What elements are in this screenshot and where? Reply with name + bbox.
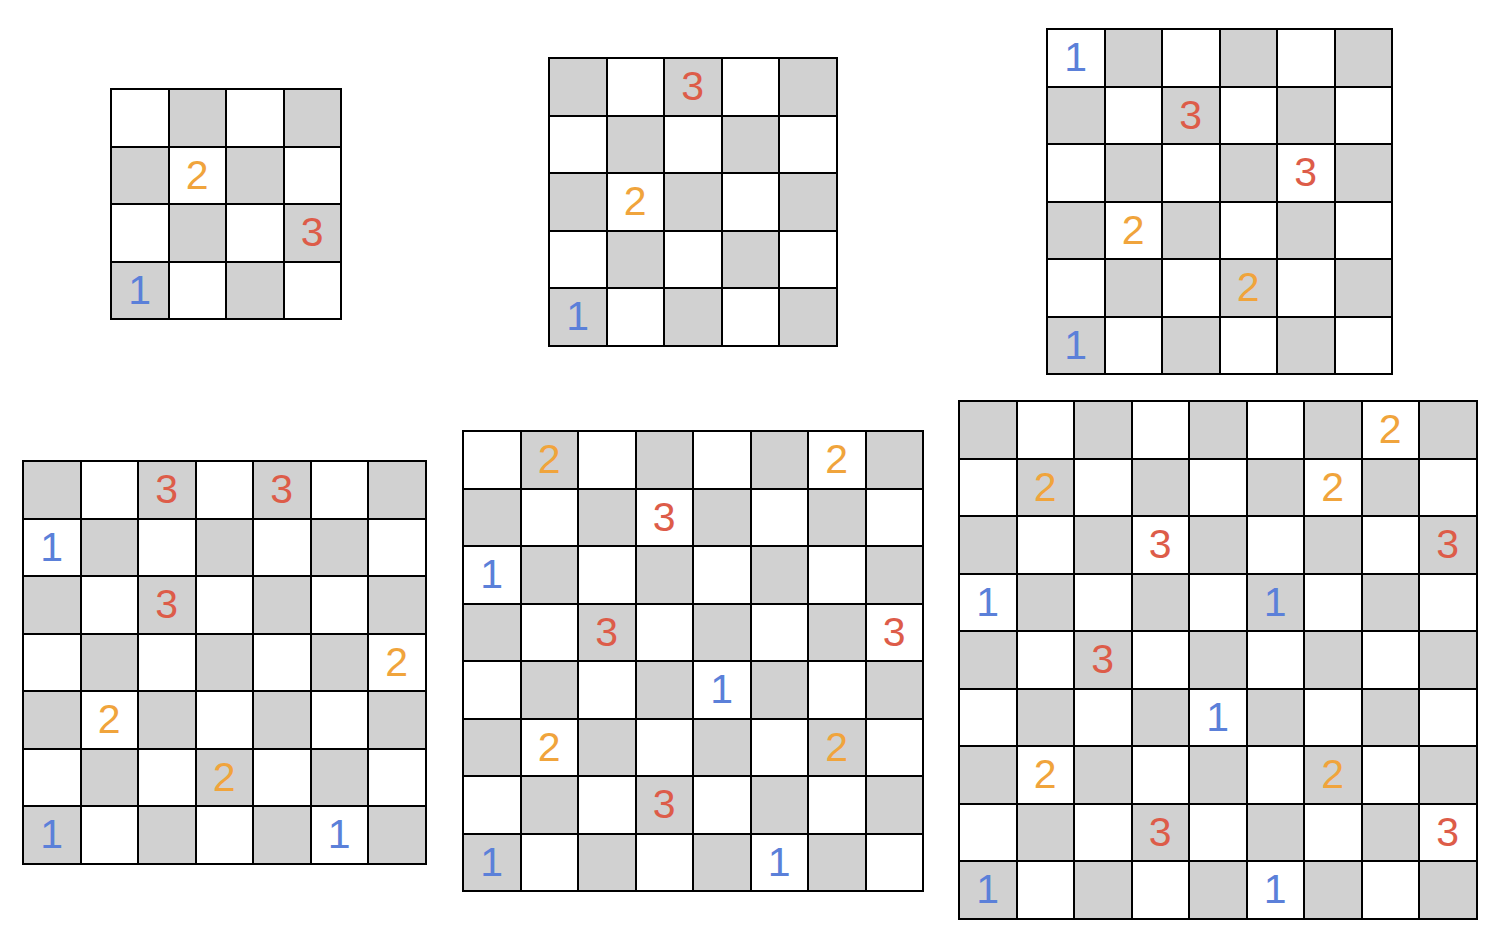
cell-r3c3[interactable]: [197, 635, 253, 691]
cell-r6c3[interactable]: 3: [637, 777, 693, 833]
cell-r3c7[interactable]: [1363, 575, 1419, 631]
cell-r0c1[interactable]: [82, 462, 138, 518]
cell-r0c3[interactable]: [1133, 402, 1189, 458]
clue-2: 2: [385, 642, 408, 683]
cell-r0c4[interactable]: 3: [254, 462, 310, 518]
cell-r6c4[interactable]: [254, 807, 310, 863]
cell-r3c0[interactable]: [550, 232, 606, 288]
cell-r6c7[interactable]: [867, 777, 923, 833]
cell-r5c3[interactable]: [1133, 690, 1189, 746]
cell-r2c3[interactable]: [1221, 145, 1277, 201]
cell-r8c6[interactable]: [1305, 862, 1361, 918]
board-5x5: 321: [548, 57, 838, 347]
cell-r2c3[interactable]: [637, 547, 693, 603]
cell-r7c6[interactable]: [1305, 805, 1361, 861]
clue-3: 3: [595, 612, 618, 653]
cell-r3c0[interactable]: [464, 605, 520, 661]
cell-r0c0[interactable]: [464, 432, 520, 488]
cell-r7c1[interactable]: [522, 835, 578, 891]
cell-r1c7[interactable]: [1363, 460, 1419, 516]
cell-r0c2[interactable]: [227, 90, 283, 146]
cell-r0c3[interactable]: [1221, 30, 1277, 86]
cell-r0c1[interactable]: 2: [522, 432, 578, 488]
cell-r0c5[interactable]: [1336, 30, 1392, 86]
cell-r1c5[interactable]: [1248, 460, 1304, 516]
cell-r0c0[interactable]: [24, 462, 80, 518]
cell-r2c5[interactable]: [312, 577, 368, 633]
cell-r2c4[interactable]: [1190, 517, 1246, 573]
cell-r5c2[interactable]: [1075, 690, 1131, 746]
cell-r4c0[interactable]: 1: [550, 289, 606, 345]
cell-r6c6[interactable]: [369, 807, 425, 863]
board-6x6: 133221: [1046, 28, 1393, 375]
cell-r0c2[interactable]: [1163, 30, 1219, 86]
cell-r4c1[interactable]: [608, 289, 664, 345]
cell-r0c6[interactable]: [369, 462, 425, 518]
cell-r2c2[interactable]: [1163, 145, 1219, 201]
cell-r2c2[interactable]: [665, 174, 721, 230]
cell-r2c4[interactable]: [780, 174, 836, 230]
cell-r0c5[interactable]: [1248, 402, 1304, 458]
clue-2: 2: [1321, 754, 1344, 795]
cell-r3c8[interactable]: [1420, 575, 1476, 631]
cell-r6c1[interactable]: [522, 777, 578, 833]
clue-3: 3: [1436, 812, 1459, 853]
cell-r0c0[interactable]: 1: [1048, 30, 1104, 86]
cell-r8c5[interactable]: 1: [1248, 862, 1304, 918]
clue-1: 1: [128, 270, 151, 311]
cell-r8c2[interactable]: [1075, 862, 1131, 918]
cell-r1c3[interactable]: [1133, 460, 1189, 516]
cell-r2c4[interactable]: 3: [1278, 145, 1334, 201]
cell-r1c2[interactable]: [139, 520, 195, 576]
cell-r4c8[interactable]: [1420, 632, 1476, 688]
cell-r7c5[interactable]: 1: [752, 835, 808, 891]
cell-r2c7[interactable]: [867, 547, 923, 603]
cell-r6c2[interactable]: [139, 807, 195, 863]
cell-r5c3[interactable]: [1221, 318, 1277, 374]
cell-r3c3[interactable]: [637, 605, 693, 661]
cell-r7c2[interactable]: [579, 835, 635, 891]
cell-r6c5[interactable]: 1: [312, 807, 368, 863]
cell-r0c3[interactable]: [285, 90, 341, 146]
cell-r1c0[interactable]: [960, 460, 1016, 516]
cell-r1c4[interactable]: [254, 520, 310, 576]
cell-r2c5[interactable]: [1248, 517, 1304, 573]
cell-r4c5[interactable]: [752, 662, 808, 718]
cell-r8c7[interactable]: [1363, 862, 1419, 918]
cell-r7c3[interactable]: 3: [1133, 805, 1189, 861]
cell-r5c0[interactable]: [464, 720, 520, 776]
cell-r1c7[interactable]: [867, 490, 923, 546]
cell-r1c3[interactable]: [285, 148, 341, 204]
cell-r4c1[interactable]: [1018, 632, 1074, 688]
cell-r6c2[interactable]: [579, 777, 635, 833]
clue-1: 1: [976, 869, 999, 910]
cell-r1c2[interactable]: [227, 148, 283, 204]
clue-2: 2: [825, 439, 848, 480]
cell-r1c4[interactable]: [780, 117, 836, 173]
cell-r7c7[interactable]: [1363, 805, 1419, 861]
cell-r2c1[interactable]: [522, 547, 578, 603]
cell-r0c3[interactable]: [197, 462, 253, 518]
clue-3: 3: [1149, 524, 1172, 565]
cell-r2c5[interactable]: [1336, 145, 1392, 201]
cell-r5c3[interactable]: [637, 720, 693, 776]
cell-r0c7[interactable]: [867, 432, 923, 488]
cell-r3c6[interactable]: 2: [369, 635, 425, 691]
cell-r1c1[interactable]: [608, 117, 664, 173]
cell-r7c4[interactable]: [1190, 805, 1246, 861]
cell-r5c0[interactable]: [24, 750, 80, 806]
cell-r1c8[interactable]: [1420, 460, 1476, 516]
board-7x7: 331322211: [22, 460, 427, 865]
cell-r4c4[interactable]: 1: [694, 662, 750, 718]
cell-r6c6[interactable]: 2: [1305, 747, 1361, 803]
cell-r0c1[interactable]: [608, 59, 664, 115]
cell-r7c8[interactable]: 3: [1420, 805, 1476, 861]
cell-r5c5[interactable]: [1336, 318, 1392, 374]
cell-r2c3[interactable]: 3: [1133, 517, 1189, 573]
cell-r3c4[interactable]: [1190, 575, 1246, 631]
clue-1: 1: [1206, 697, 1229, 738]
cell-r5c6[interactable]: 2: [809, 720, 865, 776]
cell-r6c0[interactable]: [464, 777, 520, 833]
cell-r1c0[interactable]: [112, 148, 168, 204]
cell-r4c0[interactable]: [24, 692, 80, 748]
clue-1: 1: [768, 842, 791, 883]
clue-1: 1: [1264, 869, 1287, 910]
cell-r2c6[interactable]: [369, 577, 425, 633]
cell-r2c3[interactable]: [197, 577, 253, 633]
cell-r4c5[interactable]: [1248, 632, 1304, 688]
cell-r8c8[interactable]: [1420, 862, 1476, 918]
cell-r2c6[interactable]: [809, 547, 865, 603]
cell-r2c0[interactable]: 1: [464, 547, 520, 603]
cell-r3c1[interactable]: 2: [1106, 203, 1162, 259]
clue-3: 3: [681, 66, 704, 107]
cell-r6c2[interactable]: [1075, 747, 1131, 803]
clue-3: 3: [155, 469, 178, 510]
cell-r5c8[interactable]: [1420, 690, 1476, 746]
cell-r1c5[interactable]: [1336, 88, 1392, 144]
cell-r2c8[interactable]: 3: [1420, 517, 1476, 573]
cell-r3c3[interactable]: [285, 263, 341, 319]
cell-r4c2[interactable]: 3: [1075, 632, 1131, 688]
cell-r0c3[interactable]: [637, 432, 693, 488]
cell-r5c4[interactable]: [1278, 318, 1334, 374]
cell-r5c1[interactable]: 2: [522, 720, 578, 776]
cell-r3c4[interactable]: [694, 605, 750, 661]
cell-r3c4[interactable]: [780, 232, 836, 288]
cell-r0c2[interactable]: [1075, 402, 1131, 458]
cell-r2c1[interactable]: [82, 577, 138, 633]
cell-r0c2[interactable]: 3: [139, 462, 195, 518]
cell-r0c0[interactable]: [550, 59, 606, 115]
cell-r1c6[interactable]: [369, 520, 425, 576]
cell-r8c3[interactable]: [1133, 862, 1189, 918]
cell-r7c0[interactable]: [960, 805, 1016, 861]
cell-r5c2[interactable]: [139, 750, 195, 806]
clue-3: 3: [1149, 812, 1172, 853]
clue-1: 1: [710, 669, 733, 710]
cell-r0c5[interactable]: [312, 462, 368, 518]
cell-r4c0[interactable]: [960, 632, 1016, 688]
cell-r2c2[interactable]: [227, 205, 283, 261]
cell-r4c2[interactable]: [665, 289, 721, 345]
cell-r4c1[interactable]: [522, 662, 578, 718]
cell-r3c0[interactable]: [24, 635, 80, 691]
cell-r2c4[interactable]: [694, 547, 750, 603]
cell-r3c2[interactable]: 3: [579, 605, 635, 661]
cell-r1c2[interactable]: [1075, 460, 1131, 516]
cell-r6c5[interactable]: [1248, 747, 1304, 803]
cell-r3c2[interactable]: [665, 232, 721, 288]
cell-r6c1[interactable]: 2: [1018, 747, 1074, 803]
cell-r3c2[interactable]: [1163, 203, 1219, 259]
clue-3: 3: [653, 784, 676, 825]
cell-r3c6[interactable]: [1305, 575, 1361, 631]
cell-r3c3[interactable]: [723, 232, 779, 288]
cell-r4c0[interactable]: [1048, 260, 1104, 316]
cell-r4c5[interactable]: [312, 692, 368, 748]
cell-r7c5[interactable]: [1248, 805, 1304, 861]
cell-r6c4[interactable]: [694, 777, 750, 833]
cell-r0c1[interactable]: [1106, 30, 1162, 86]
cell-r5c4[interactable]: [254, 750, 310, 806]
cell-r5c2[interactable]: [579, 720, 635, 776]
cell-r2c2[interactable]: [579, 547, 635, 603]
cell-r3c2[interactable]: [227, 263, 283, 319]
cell-r4c2[interactable]: [139, 692, 195, 748]
cell-r1c1[interactable]: 2: [170, 148, 226, 204]
cell-r0c3[interactable]: [723, 59, 779, 115]
cell-r4c3[interactable]: [637, 662, 693, 718]
cell-r2c7[interactable]: [1363, 517, 1419, 573]
cell-r3c5[interactable]: 1: [1248, 575, 1304, 631]
cell-r8c1[interactable]: [1018, 862, 1074, 918]
cell-r2c1[interactable]: [1018, 517, 1074, 573]
cell-r2c1[interactable]: [1106, 145, 1162, 201]
cell-r3c2[interactable]: [139, 635, 195, 691]
clue-1: 1: [1064, 325, 1087, 366]
cell-r4c3[interactable]: 2: [1221, 260, 1277, 316]
cell-r3c1[interactable]: [1018, 575, 1074, 631]
cell-r3c0[interactable]: 1: [960, 575, 1016, 631]
cell-r0c0[interactable]: [960, 402, 1016, 458]
clue-3: 3: [883, 612, 906, 653]
cell-r1c4[interactable]: [1190, 460, 1246, 516]
cell-r1c0[interactable]: [550, 117, 606, 173]
cell-r0c4[interactable]: [1190, 402, 1246, 458]
cell-r4c4[interactable]: [1278, 260, 1334, 316]
cell-r4c3[interactable]: [1133, 632, 1189, 688]
cell-r5c7[interactable]: [867, 720, 923, 776]
cell-r2c5[interactable]: [752, 547, 808, 603]
cell-r0c6[interactable]: 2: [809, 432, 865, 488]
cell-r3c3[interactable]: [1133, 575, 1189, 631]
cell-r6c5[interactable]: [752, 777, 808, 833]
cell-r0c5[interactable]: [752, 432, 808, 488]
cell-r7c7[interactable]: [867, 835, 923, 891]
cell-r1c6[interactable]: 2: [1305, 460, 1361, 516]
cell-r4c1[interactable]: 2: [82, 692, 138, 748]
cell-r7c4[interactable]: [694, 835, 750, 891]
cell-r4c6[interactable]: [369, 692, 425, 748]
cell-r2c2[interactable]: 3: [139, 577, 195, 633]
cell-r7c1[interactable]: [1018, 805, 1074, 861]
cell-r5c1[interactable]: [1106, 318, 1162, 374]
cell-r3c0[interactable]: 1: [112, 263, 168, 319]
cell-r1c2[interactable]: [579, 490, 635, 546]
cell-r5c5[interactable]: [312, 750, 368, 806]
cell-r2c4[interactable]: [254, 577, 310, 633]
cell-r2c0[interactable]: [1048, 145, 1104, 201]
cell-r6c0[interactable]: [960, 747, 1016, 803]
cell-r0c7[interactable]: 2: [1363, 402, 1419, 458]
cell-r7c0[interactable]: 1: [464, 835, 520, 891]
cell-r0c2[interactable]: [579, 432, 635, 488]
clue-2: 2: [98, 699, 121, 740]
cell-r4c3[interactable]: [723, 289, 779, 345]
cell-r0c6[interactable]: [1305, 402, 1361, 458]
cell-r6c8[interactable]: [1420, 747, 1476, 803]
cell-r4c7[interactable]: [867, 662, 923, 718]
cell-r5c5[interactable]: [752, 720, 808, 776]
cell-r0c1[interactable]: [170, 90, 226, 146]
cell-r2c0[interactable]: [112, 205, 168, 261]
clue-2: 2: [1034, 754, 1057, 795]
cell-r4c6[interactable]: [809, 662, 865, 718]
cell-r1c0[interactable]: [464, 490, 520, 546]
cell-r6c1[interactable]: [82, 807, 138, 863]
cell-r5c4[interactable]: [694, 720, 750, 776]
cell-r7c2[interactable]: [1075, 805, 1131, 861]
cell-r4c6[interactable]: [1305, 632, 1361, 688]
cell-r2c3[interactable]: 3: [285, 205, 341, 261]
cell-r7c6[interactable]: [809, 835, 865, 891]
cell-r3c0[interactable]: [1048, 203, 1104, 259]
cell-r2c1[interactable]: [170, 205, 226, 261]
cell-r1c3[interactable]: [723, 117, 779, 173]
clue-2: 2: [538, 439, 561, 480]
cell-r3c1[interactable]: [170, 263, 226, 319]
cell-r4c0[interactable]: [464, 662, 520, 718]
cell-r6c3[interactable]: [1133, 747, 1189, 803]
cell-r3c1[interactable]: [608, 232, 664, 288]
cell-r0c1[interactable]: [1018, 402, 1074, 458]
cell-r3c5[interactable]: [312, 635, 368, 691]
cell-r1c6[interactable]: [809, 490, 865, 546]
clue-1: 1: [976, 582, 999, 623]
cell-r1c3[interactable]: 3: [637, 490, 693, 546]
cell-r2c6[interactable]: [1305, 517, 1361, 573]
clue-3: 3: [1294, 152, 1317, 193]
cell-r1c0[interactable]: [1048, 88, 1104, 144]
cell-r6c4[interactable]: [1190, 747, 1246, 803]
cell-r5c0[interactable]: [960, 690, 1016, 746]
cell-r8c0[interactable]: 1: [960, 862, 1016, 918]
clue-3: 3: [1436, 524, 1459, 565]
cell-r5c1[interactable]: [1018, 690, 1074, 746]
cell-r4c7[interactable]: [1363, 632, 1419, 688]
cell-r1c4[interactable]: [694, 490, 750, 546]
cell-r6c6[interactable]: [809, 777, 865, 833]
cell-r0c4[interactable]: [1278, 30, 1334, 86]
cell-r5c0[interactable]: 1: [1048, 318, 1104, 374]
cell-r1c3[interactable]: [197, 520, 253, 576]
cell-r8c4[interactable]: [1190, 862, 1246, 918]
cell-r4c1[interactable]: [1106, 260, 1162, 316]
cell-r1c5[interactable]: [312, 520, 368, 576]
cell-r3c1[interactable]: [522, 605, 578, 661]
clue-2: 2: [538, 727, 561, 768]
cell-r2c0[interactable]: [24, 577, 80, 633]
cell-r1c1[interactable]: [82, 520, 138, 576]
cell-r0c8[interactable]: [1420, 402, 1476, 458]
cell-r3c5[interactable]: [752, 605, 808, 661]
cell-r3c2[interactable]: [1075, 575, 1131, 631]
cell-r3c4[interactable]: [1278, 203, 1334, 259]
cell-r1c1[interactable]: [522, 490, 578, 546]
cell-r1c4[interactable]: [1278, 88, 1334, 144]
cell-r1c2[interactable]: 3: [1163, 88, 1219, 144]
cell-r4c4[interactable]: [780, 289, 836, 345]
cell-r5c2[interactable]: [1163, 318, 1219, 374]
cell-r0c4[interactable]: [694, 432, 750, 488]
cell-r3c1[interactable]: [82, 635, 138, 691]
cell-r6c7[interactable]: [1363, 747, 1419, 803]
cell-r3c7[interactable]: 3: [867, 605, 923, 661]
cell-r5c6[interactable]: [369, 750, 425, 806]
cell-r3c3[interactable]: [1221, 203, 1277, 259]
cell-r4c4[interactable]: [1190, 632, 1246, 688]
cell-r4c4[interactable]: [254, 692, 310, 748]
cell-r3c6[interactable]: [809, 605, 865, 661]
cell-r4c3[interactable]: [197, 692, 253, 748]
cell-r5c4[interactable]: 1: [1190, 690, 1246, 746]
cell-r3c4[interactable]: [254, 635, 310, 691]
cell-r4c2[interactable]: [579, 662, 635, 718]
cell-r3c5[interactable]: [1336, 203, 1392, 259]
cell-r1c0[interactable]: 1: [24, 520, 80, 576]
cell-r6c0[interactable]: 1: [24, 807, 80, 863]
cell-r4c5[interactable]: [1336, 260, 1392, 316]
cell-r0c4[interactable]: [780, 59, 836, 115]
cell-r2c3[interactable]: [723, 174, 779, 230]
cell-r4c2[interactable]: [1163, 260, 1219, 316]
cell-r1c5[interactable]: [752, 490, 808, 546]
cell-r2c0[interactable]: [550, 174, 606, 230]
cell-r6c3[interactable]: [197, 807, 253, 863]
clue-3: 3: [653, 497, 676, 538]
cell-r0c2[interactable]: 3: [665, 59, 721, 115]
cell-r1c1[interactable]: 2: [1018, 460, 1074, 516]
cell-r1c3[interactable]: [1221, 88, 1277, 144]
cell-r7c3[interactable]: [637, 835, 693, 891]
cell-r5c1[interactable]: [82, 750, 138, 806]
cell-r0c0[interactable]: [112, 90, 168, 146]
cell-r2c1[interactable]: 2: [608, 174, 664, 230]
cell-r1c2[interactable]: [665, 117, 721, 173]
cell-r5c7[interactable]: [1363, 690, 1419, 746]
cell-r1c1[interactable]: [1106, 88, 1162, 144]
cell-r5c5[interactable]: [1248, 690, 1304, 746]
cell-r5c6[interactable]: [1305, 690, 1361, 746]
cell-r2c2[interactable]: [1075, 517, 1131, 573]
cell-r2c0[interactable]: [960, 517, 1016, 573]
cell-r5c3[interactable]: 2: [197, 750, 253, 806]
